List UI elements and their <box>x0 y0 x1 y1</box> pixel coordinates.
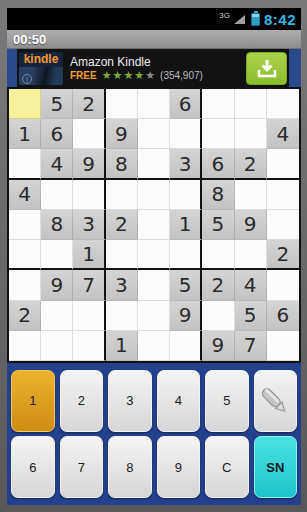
sudoku-cell[interactable]: 5 <box>170 270 202 300</box>
sudoku-cell[interactable] <box>170 119 202 149</box>
sudoku-cell[interactable] <box>170 180 202 210</box>
pencil-button[interactable] <box>254 370 298 432</box>
key-5[interactable]: 5 <box>205 370 249 432</box>
sudoku-cell[interactable] <box>235 180 267 210</box>
sudoku-cell[interactable] <box>106 180 138 210</box>
status-clock: 8:42 <box>264 11 296 28</box>
sudoku-cell[interactable] <box>170 240 202 270</box>
sudoku-cell[interactable]: 6 <box>267 301 299 331</box>
sudoku-cell[interactable] <box>138 331 170 361</box>
sudoku-cell[interactable]: 6 <box>202 149 234 179</box>
pencil-icon <box>258 384 292 418</box>
sudoku-cell[interactable]: 1 <box>170 210 202 240</box>
kindle-logo-text: kindle <box>24 52 59 66</box>
sudoku-cell[interactable] <box>267 149 299 179</box>
sudoku-cell[interactable] <box>9 270 41 300</box>
sudoku-cell[interactable] <box>138 270 170 300</box>
key-4[interactable]: 4 <box>157 370 201 432</box>
sudoku-cell[interactable]: 2 <box>235 149 267 179</box>
sudoku-cell[interactable] <box>170 331 202 361</box>
star-icon: ★ <box>134 70 144 81</box>
sudoku-cell[interactable] <box>235 240 267 270</box>
sudoku-cell[interactable]: 9 <box>41 270 73 300</box>
sudoku-cell[interactable]: 2 <box>106 210 138 240</box>
sudoku-cell[interactable]: 9 <box>202 331 234 361</box>
key-6[interactable]: 6 <box>11 436 55 498</box>
key-9[interactable]: 9 <box>157 436 201 498</box>
sudoku-cell[interactable] <box>9 240 41 270</box>
app-screen: 3G 8:42 00:50 kindle i Amazon Kindle FRE… <box>7 8 301 505</box>
sudoku-cell[interactable] <box>41 180 73 210</box>
download-button[interactable] <box>246 52 287 85</box>
key-7[interactable]: 7 <box>60 436 104 498</box>
sudoku-cell[interactable] <box>9 331 41 361</box>
sudoku-cell[interactable]: 7 <box>73 270 105 300</box>
sudoku-cell[interactable]: 8 <box>106 149 138 179</box>
sudoku-cell[interactable]: 9 <box>235 210 267 240</box>
sudoku-cell[interactable] <box>138 180 170 210</box>
sudoku-cell[interactable]: 5 <box>41 89 73 119</box>
sudoku-cell[interactable]: 4 <box>267 119 299 149</box>
sudoku-cell[interactable] <box>73 180 105 210</box>
star-rating: ★★★★★ <box>102 70 155 81</box>
sudoku-cell[interactable]: 6 <box>170 89 202 119</box>
sudoku-cell[interactable]: 1 <box>9 119 41 149</box>
key-sn[interactable]: SN <box>254 436 298 498</box>
key-1[interactable]: 1 <box>11 370 55 432</box>
sudoku-cell[interactable]: 1 <box>73 240 105 270</box>
sudoku-cell[interactable]: 4 <box>41 149 73 179</box>
signal-icon <box>234 15 245 24</box>
ad-subline: FREE ★★★★★ (354,907) <box>70 70 203 81</box>
sudoku-cell[interactable]: 3 <box>170 149 202 179</box>
sudoku-cell[interactable] <box>138 119 170 149</box>
sudoku-cell[interactable]: 2 <box>9 301 41 331</box>
sudoku-cell[interactable] <box>138 149 170 179</box>
star-icon: ★ <box>102 70 112 81</box>
sudoku-cell[interactable]: 9 <box>106 119 138 149</box>
sudoku-cell[interactable] <box>138 301 170 331</box>
ad-price: FREE <box>70 70 97 81</box>
sudoku-cell[interactable] <box>73 301 105 331</box>
sudoku-cell[interactable] <box>138 210 170 240</box>
star-icon: ★ <box>145 70 155 81</box>
sudoku-grid: 526169449836248832159129735242956197 <box>7 87 301 363</box>
sudoku-cell[interactable] <box>9 149 41 179</box>
sudoku-cell[interactable] <box>106 89 138 119</box>
sudoku-cell[interactable]: 2 <box>73 89 105 119</box>
sudoku-cell[interactable]: 5 <box>235 301 267 331</box>
sudoku-cell[interactable] <box>41 331 73 361</box>
battery-icon <box>251 13 260 26</box>
sudoku-cell[interactable]: 2 <box>202 270 234 300</box>
sudoku-cell[interactable]: 4 <box>235 270 267 300</box>
sudoku-cell[interactable] <box>267 89 299 119</box>
status-bar: 3G 8:42 <box>7 8 301 30</box>
keypad-row-1: 1 2 3 4 5 <box>11 370 297 432</box>
info-icon: i <box>22 74 32 84</box>
sudoku-cell[interactable]: 9 <box>73 149 105 179</box>
network-type-label: 3G <box>219 12 230 20</box>
ad-text-block: Amazon Kindle FREE ★★★★★ (354,907) <box>70 55 203 81</box>
sudoku-cell[interactable] <box>106 301 138 331</box>
star-icon: ★ <box>113 70 123 81</box>
sudoku-cell[interactable] <box>9 89 41 119</box>
download-icon <box>256 57 278 79</box>
ad-banner[interactable]: kindle i Amazon Kindle FREE ★★★★★ (354,9… <box>7 49 301 87</box>
kindle-app-icon: kindle i <box>19 52 63 85</box>
sudoku-cell[interactable] <box>267 180 299 210</box>
sudoku-cell[interactable] <box>73 331 105 361</box>
sudoku-cell[interactable] <box>235 89 267 119</box>
sudoku-cell[interactable]: 3 <box>106 270 138 300</box>
sudoku-cell[interactable]: 2 <box>267 240 299 270</box>
sudoku-cell[interactable]: 8 <box>202 180 234 210</box>
sudoku-cell[interactable]: 1 <box>106 331 138 361</box>
ad-title: Amazon Kindle <box>70 55 203 69</box>
sudoku-cell[interactable] <box>73 119 105 149</box>
sudoku-cell[interactable] <box>202 119 234 149</box>
sudoku-cell[interactable]: 7 <box>235 331 267 361</box>
keypad: 1 2 3 4 5 6 7 8 <box>7 363 301 505</box>
ad-panel[interactable]: kindle i Amazon Kindle FREE ★★★★★ (354,9… <box>17 49 289 87</box>
key-8[interactable]: 8 <box>108 436 152 498</box>
sudoku-cell[interactable]: 6 <box>41 119 73 149</box>
sudoku-cell[interactable] <box>202 89 234 119</box>
sudoku-cell[interactable] <box>106 240 138 270</box>
sudoku-cell[interactable] <box>267 270 299 300</box>
key-clear[interactable]: C <box>205 436 249 498</box>
sudoku-cell[interactable] <box>41 301 73 331</box>
sudoku-cell[interactable] <box>267 210 299 240</box>
sudoku-cell[interactable] <box>202 240 234 270</box>
sudoku-cell[interactable] <box>235 119 267 149</box>
sudoku-cell[interactable]: 8 <box>41 210 73 240</box>
star-icon: ★ <box>123 70 133 81</box>
sudoku-cell[interactable]: 9 <box>170 301 202 331</box>
keypad-row-2: 6 7 8 9 C SN <box>11 436 297 498</box>
board-area: 526169449836248832159129735242956197 <box>7 87 301 363</box>
sudoku-cell[interactable]: 5 <box>202 210 234 240</box>
sudoku-cell[interactable] <box>41 240 73 270</box>
ad-rating-count: (354,907) <box>160 70 203 81</box>
device-frame: 3G 8:42 00:50 kindle i Amazon Kindle FRE… <box>0 0 307 512</box>
sudoku-cell[interactable] <box>138 240 170 270</box>
sudoku-cell[interactable]: 3 <box>73 210 105 240</box>
game-timer: 00:50 <box>13 32 46 47</box>
sudoku-cell[interactable] <box>9 210 41 240</box>
key-2[interactable]: 2 <box>60 370 104 432</box>
key-3[interactable]: 3 <box>108 370 152 432</box>
timer-bar: 00:50 <box>7 30 301 49</box>
sudoku-cell[interactable] <box>202 301 234 331</box>
sudoku-cell[interactable]: 4 <box>9 180 41 210</box>
sudoku-cell[interactable] <box>138 89 170 119</box>
sudoku-cell[interactable] <box>267 331 299 361</box>
